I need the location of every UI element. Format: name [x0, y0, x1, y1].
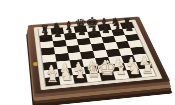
piece-white-queen-d1[interactable]: ♛ [85, 62, 102, 81]
piece-white-bishop-c1[interactable]: ♝ [73, 65, 88, 81]
piece-black-pawn-f7[interactable]: ♟ [102, 25, 111, 35]
piece-black-pawn-a7[interactable]: ♟ [41, 30, 50, 40]
brand-emblem-icon [33, 62, 38, 66]
piece-black-pawn-e7[interactable]: ♟ [90, 26, 99, 36]
piece-black-pawn-g7[interactable]: ♟ [114, 24, 123, 34]
piece-white-knight-g1[interactable]: ♞ [127, 61, 141, 77]
piece-black-pawn-h7[interactable]: ♟ [125, 23, 134, 33]
piece-white-knight-b1[interactable]: ♞ [59, 67, 73, 83]
piece-black-pawn-c7[interactable]: ♟ [66, 28, 75, 38]
piece-black-pawn-d7[interactable]: ♟ [78, 27, 87, 37]
piece-white-rook-a1[interactable]: ♜ [46, 70, 59, 84]
piece-black-pawn-b7[interactable]: ♟ [54, 29, 63, 39]
piece-white-rook-h1[interactable]: ♜ [141, 61, 154, 75]
chess-set-photo: ♜♞♝♛♚♝♞♜♟♟♟♟♟♟♟♟♟♟♟♟♟♟♟♟♜♞♝♛♚♝♞♜ [0, 0, 175, 105]
